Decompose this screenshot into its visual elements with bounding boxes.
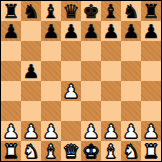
square-b7[interactable] [21, 21, 41, 41]
piece-white-pawn[interactable]: ♟ [102, 121, 119, 141]
piece-white-bishop[interactable]: ♝ [102, 141, 119, 161]
piece-black-rook[interactable]: ♜ [2, 1, 19, 21]
piece-white-pawn[interactable]: ♟ [42, 121, 59, 141]
square-h2[interactable]: ♟ [141, 121, 161, 141]
square-a6[interactable] [1, 41, 21, 61]
square-h3[interactable] [141, 101, 161, 121]
square-c5[interactable] [41, 61, 61, 81]
square-g2[interactable]: ♟ [121, 121, 141, 141]
square-b3[interactable] [21, 101, 41, 121]
square-h4[interactable] [141, 81, 161, 101]
square-f8[interactable]: ♝ [101, 1, 121, 21]
square-a7[interactable]: ♟ [1, 21, 21, 41]
square-a2[interactable]: ♟ [1, 121, 21, 141]
square-h6[interactable] [141, 41, 161, 61]
piece-black-pawn[interactable]: ♟ [142, 21, 159, 41]
square-f4[interactable] [101, 81, 121, 101]
square-d3[interactable] [61, 101, 81, 121]
square-h7[interactable]: ♟ [141, 21, 161, 41]
square-e8[interactable]: ♚ [81, 1, 101, 21]
square-a5[interactable] [1, 61, 21, 81]
square-g4[interactable] [121, 81, 141, 101]
piece-white-pawn[interactable]: ♟ [22, 121, 39, 141]
square-c6[interactable] [41, 41, 61, 61]
square-g7[interactable]: ♟ [121, 21, 141, 41]
piece-black-pawn[interactable]: ♟ [102, 21, 119, 41]
square-a8[interactable]: ♜ [1, 1, 21, 21]
piece-white-pawn[interactable]: ♟ [2, 121, 19, 141]
square-g8[interactable]: ♞ [121, 1, 141, 21]
chess-board: ♜♞♝♛♚♝♞♜♟♟♟♟♟♟♟♟♟♟♟♟♟♟♟♟♜♞♝♛♚♝♞♜ [0, 0, 162, 162]
square-g5[interactable] [121, 61, 141, 81]
piece-white-pawn[interactable]: ♟ [122, 121, 139, 141]
piece-white-rook[interactable]: ♜ [2, 141, 19, 161]
square-c2[interactable]: ♟ [41, 121, 61, 141]
square-d4[interactable]: ♟ [61, 81, 81, 101]
piece-black-pawn[interactable]: ♟ [42, 21, 59, 41]
square-d2[interactable] [61, 121, 81, 141]
square-b2[interactable]: ♟ [21, 121, 41, 141]
square-a3[interactable] [1, 101, 21, 121]
square-d7[interactable]: ♟ [61, 21, 81, 41]
square-a1[interactable]: ♜ [1, 141, 21, 161]
piece-black-king[interactable]: ♚ [82, 1, 99, 21]
square-d8[interactable]: ♛ [61, 1, 81, 21]
square-e3[interactable] [81, 101, 101, 121]
square-c1[interactable]: ♝ [41, 141, 61, 161]
piece-white-bishop[interactable]: ♝ [42, 141, 59, 161]
square-f1[interactable]: ♝ [101, 141, 121, 161]
piece-black-pawn[interactable]: ♟ [82, 21, 99, 41]
square-e1[interactable]: ♚ [81, 141, 101, 161]
square-g6[interactable] [121, 41, 141, 61]
square-f6[interactable] [101, 41, 121, 61]
piece-white-queen[interactable]: ♛ [62, 141, 79, 161]
square-h1[interactable]: ♜ [141, 141, 161, 161]
piece-black-rook[interactable]: ♜ [142, 1, 159, 21]
square-c8[interactable]: ♝ [41, 1, 61, 21]
piece-white-pawn[interactable]: ♟ [62, 81, 79, 101]
square-f5[interactable] [101, 61, 121, 81]
piece-white-rook[interactable]: ♜ [142, 141, 159, 161]
square-d1[interactable]: ♛ [61, 141, 81, 161]
square-b8[interactable]: ♞ [21, 1, 41, 21]
piece-white-king[interactable]: ♚ [82, 141, 99, 161]
square-g3[interactable] [121, 101, 141, 121]
square-e4[interactable] [81, 81, 101, 101]
square-c3[interactable] [41, 101, 61, 121]
piece-black-knight[interactable]: ♞ [22, 1, 39, 21]
square-b4[interactable] [21, 81, 41, 101]
piece-black-pawn[interactable]: ♟ [2, 21, 19, 41]
piece-black-bishop[interactable]: ♝ [42, 1, 59, 21]
piece-white-knight[interactable]: ♞ [22, 141, 39, 161]
square-b5[interactable]: ♟ [21, 61, 41, 81]
square-e5[interactable] [81, 61, 101, 81]
piece-black-pawn[interactable]: ♟ [122, 21, 139, 41]
square-b6[interactable] [21, 41, 41, 61]
square-f2[interactable]: ♟ [101, 121, 121, 141]
piece-black-queen[interactable]: ♛ [62, 1, 79, 21]
piece-black-pawn[interactable]: ♟ [22, 61, 39, 81]
piece-white-knight[interactable]: ♞ [122, 141, 139, 161]
piece-white-pawn[interactable]: ♟ [82, 121, 99, 141]
piece-black-knight[interactable]: ♞ [122, 1, 139, 21]
square-c7[interactable]: ♟ [41, 21, 61, 41]
square-d5[interactable] [61, 61, 81, 81]
square-d6[interactable] [61, 41, 81, 61]
square-b1[interactable]: ♞ [21, 141, 41, 161]
square-e6[interactable] [81, 41, 101, 61]
square-g1[interactable]: ♞ [121, 141, 141, 161]
piece-white-pawn[interactable]: ♟ [142, 121, 159, 141]
square-c4[interactable] [41, 81, 61, 101]
square-a4[interactable] [1, 81, 21, 101]
square-e7[interactable]: ♟ [81, 21, 101, 41]
square-f3[interactable] [101, 101, 121, 121]
square-f7[interactable]: ♟ [101, 21, 121, 41]
square-h5[interactable] [141, 61, 161, 81]
square-h8[interactable]: ♜ [141, 1, 161, 21]
piece-black-pawn[interactable]: ♟ [62, 21, 79, 41]
piece-black-bishop[interactable]: ♝ [102, 1, 119, 21]
square-e2[interactable]: ♟ [81, 121, 101, 141]
